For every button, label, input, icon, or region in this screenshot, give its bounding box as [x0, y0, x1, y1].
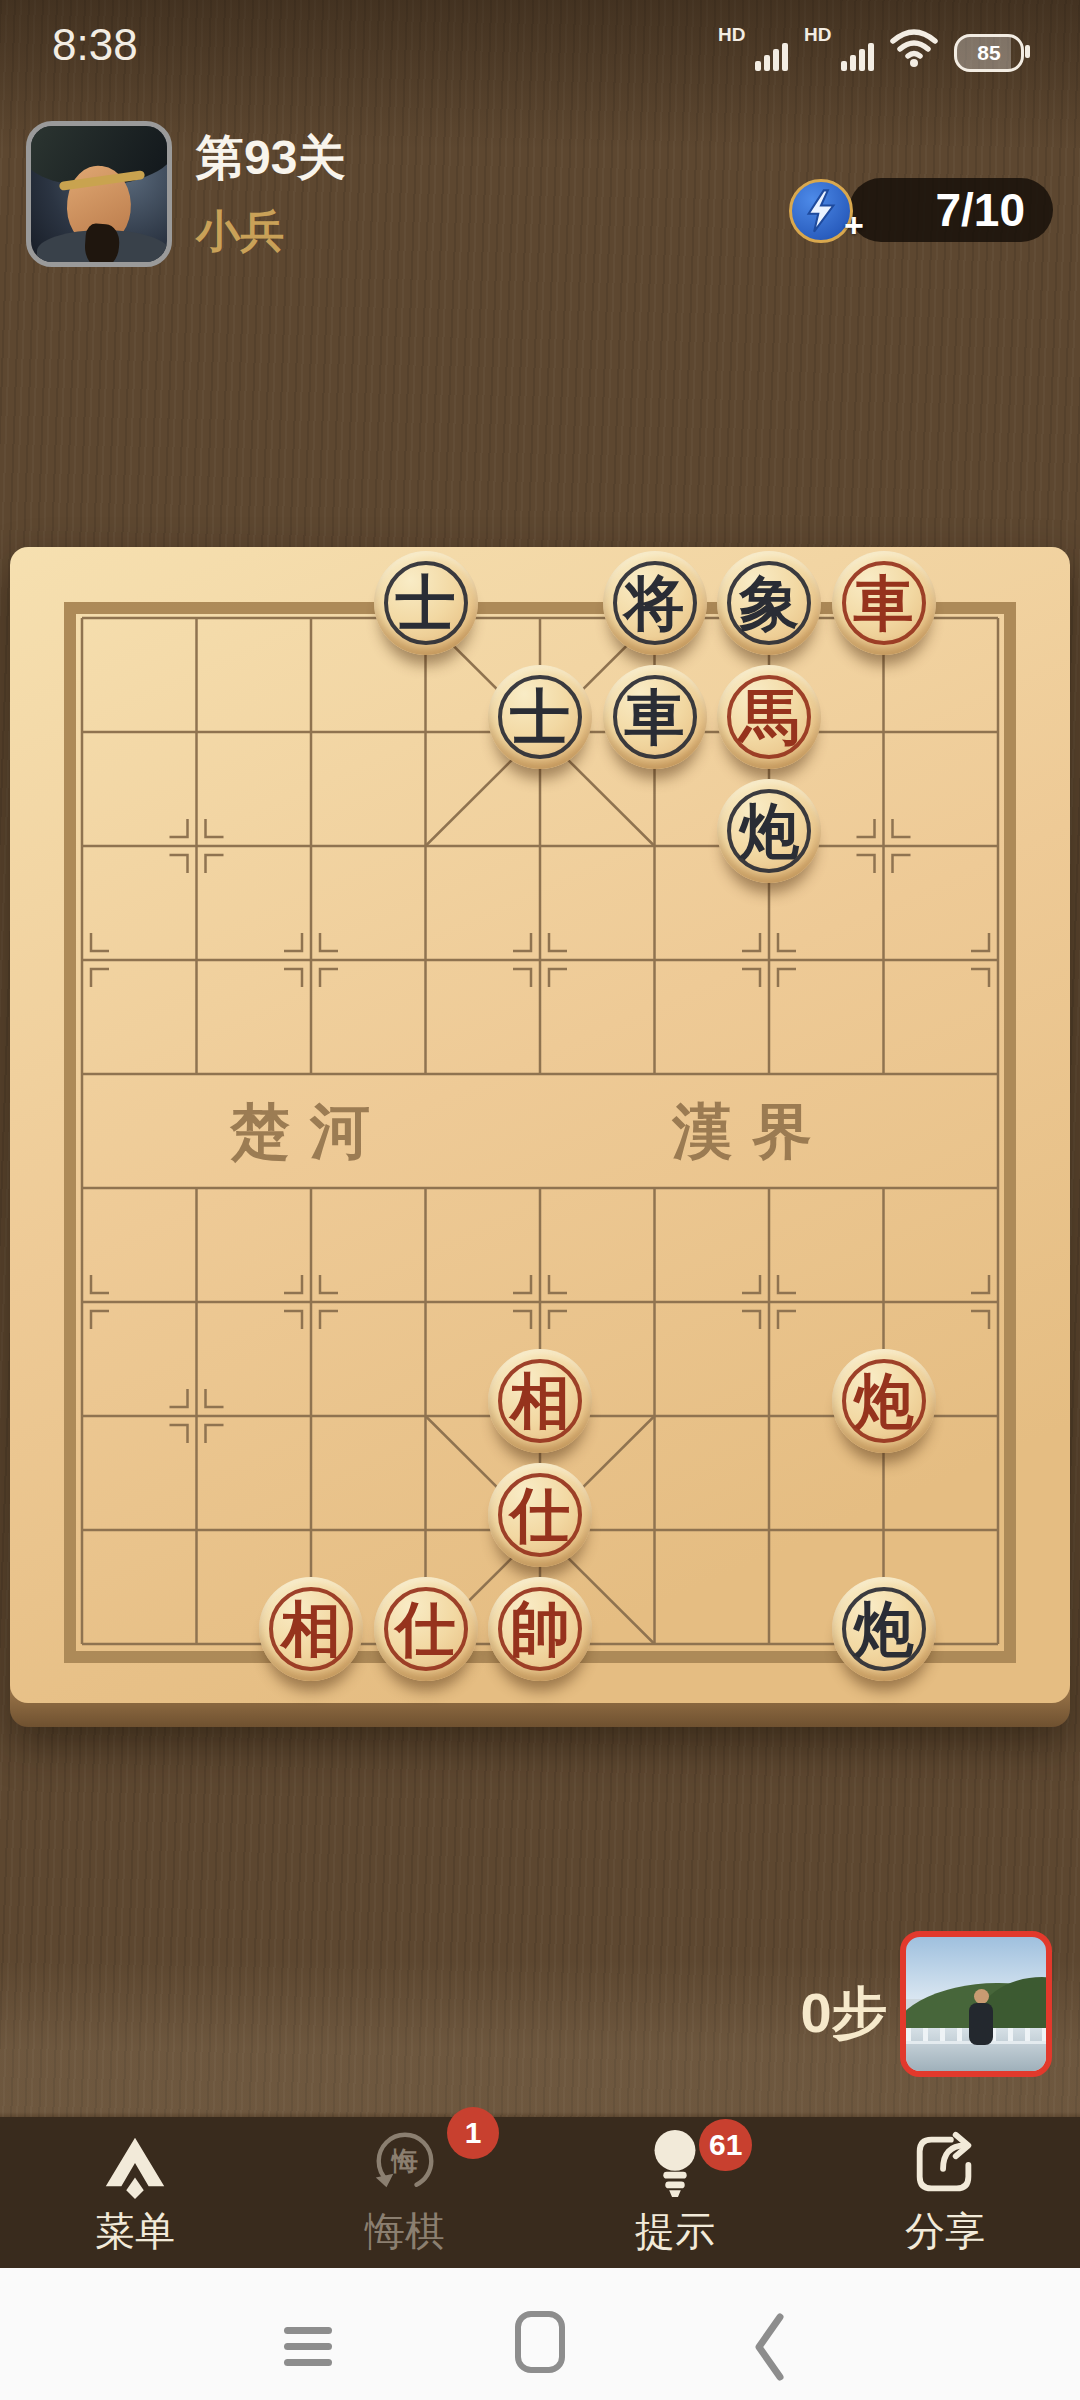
piece-glyph: 炮 [739, 801, 799, 861]
piece-black-将[interactable]: 将 [603, 551, 707, 655]
piece-glyph: 仕 [396, 1599, 456, 1659]
piece-glyph: 車 [625, 687, 685, 747]
level-info: 第93关 小兵 [196, 126, 345, 261]
system-navbar [0, 2268, 1080, 2400]
piece-black-士[interactable]: 士 [374, 551, 478, 655]
piece-red-相[interactable]: 相 [488, 1349, 592, 1453]
hint-badge: 61 [699, 2119, 752, 2171]
bottom-toolbar: 菜单 悔 悔棋 1 提示 [0, 2117, 1080, 2268]
back-button[interactable] [752, 2312, 786, 2386]
piece-glyph: 相 [510, 1371, 570, 1431]
piece-glyph: 炮 [854, 1371, 914, 1431]
piece-glyph: 士 [510, 687, 570, 747]
piece-black-車[interactable]: 車 [603, 665, 707, 769]
energy-counter[interactable]: 7/10 [849, 178, 1053, 242]
hint-label: 提示 [635, 2204, 715, 2259]
menu-icon [98, 2126, 172, 2200]
app-screen: 8:38 HD HD 85 第93关 [0, 0, 1080, 2400]
piece-glyph: 士 [396, 573, 456, 633]
thumbnail-person [968, 1989, 994, 2045]
wifi-icon [890, 26, 938, 72]
piece-red-相[interactable]: 相 [259, 1577, 363, 1681]
share-label: 分享 [905, 2204, 985, 2259]
svg-text:悔: 悔 [390, 2145, 418, 2176]
battery-icon: 85 [954, 34, 1024, 72]
piece-red-仕[interactable]: 仕 [488, 1463, 592, 1567]
player-rank: 小兵 [196, 202, 345, 261]
signal-bars-icon [841, 43, 874, 71]
piece-black-士[interactable]: 士 [488, 665, 592, 769]
clock: 8:38 [52, 20, 138, 70]
energy-count: 7/10 [935, 183, 1025, 237]
piece-red-車[interactable]: 車 [832, 551, 936, 655]
hd-label-1: HD [718, 24, 745, 46]
hint-button[interactable]: 提示 61 [540, 2117, 810, 2268]
level-title: 第93关 [196, 126, 345, 190]
undo-label: 悔棋 [365, 2204, 445, 2259]
lightbulb-icon [643, 2126, 707, 2200]
status-icons: HD HD 85 [718, 24, 1024, 74]
piece-glyph: 仕 [510, 1485, 570, 1545]
piece-glyph: 馬 [739, 687, 799, 747]
undo-icon: 悔 [368, 2126, 442, 2200]
energy-add-button[interactable]: + [844, 206, 864, 245]
piece-red-仕[interactable]: 仕 [374, 1577, 478, 1681]
xiangqi-board[interactable]: 楚河 漢界 士将象車士車馬炮相炮仕相仕帥炮 [10, 547, 1070, 1727]
recents-button[interactable] [284, 2327, 332, 2366]
piece-red-炮[interactable]: 炮 [832, 1349, 936, 1453]
undo-button[interactable]: 悔 悔棋 1 [270, 2117, 540, 2268]
share-icon [908, 2126, 982, 2200]
piece-glyph: 象 [739, 573, 799, 633]
piece-black-炮[interactable]: 炮 [832, 1577, 936, 1681]
piece-black-象[interactable]: 象 [717, 551, 821, 655]
signal-2-icon: HD [804, 24, 874, 74]
piece-glyph: 車 [854, 573, 914, 633]
piece-red-帥[interactable]: 帥 [488, 1577, 592, 1681]
signal-1-icon: HD [718, 24, 788, 74]
home-button[interactable] [515, 2311, 565, 2373]
piece-red-馬[interactable]: 馬 [717, 665, 821, 769]
menu-button[interactable]: 菜单 [0, 2117, 270, 2268]
signal-bars-icon [755, 43, 788, 71]
piece-glyph: 相 [281, 1599, 341, 1659]
hd-label-2: HD [804, 24, 831, 46]
piece-glyph: 帥 [510, 1599, 570, 1659]
share-button[interactable]: 分享 [810, 2117, 1080, 2268]
player-video-thumbnail[interactable] [900, 1931, 1052, 2077]
battery-percent: 85 [977, 41, 1000, 65]
piece-glyph: 炮 [854, 1599, 914, 1659]
piece-black-炮[interactable]: 炮 [717, 779, 821, 883]
player-avatar[interactable] [26, 121, 172, 267]
pieces-layer: 士将象車士車馬炮相炮仕相仕帥炮 [10, 547, 1070, 1727]
piece-glyph: 将 [625, 573, 685, 633]
battery-nub [1025, 45, 1030, 58]
menu-label: 菜单 [95, 2204, 175, 2259]
undo-badge: 1 [447, 2107, 499, 2159]
